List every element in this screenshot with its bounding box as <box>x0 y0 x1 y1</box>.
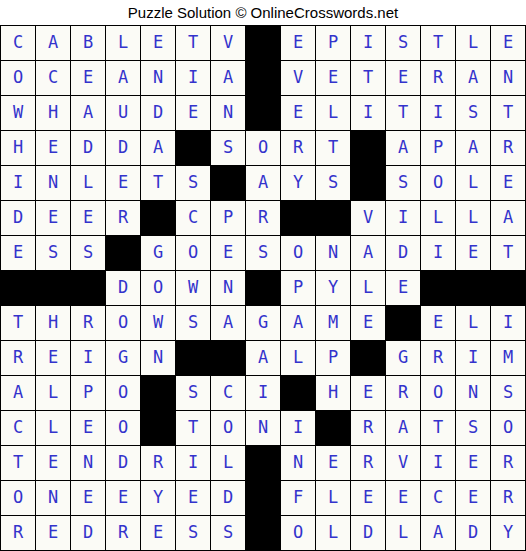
letter-cell-r7c12: D <box>386 236 421 271</box>
cell-letter: E <box>48 349 58 366</box>
cell-letter: N <box>293 454 303 471</box>
crossword-solution-page: Puzzle Solution © OnlineCrosswords.net C… <box>0 0 526 551</box>
cell-letter: Y <box>503 524 513 541</box>
letter-cell-r12c4: O <box>106 411 141 446</box>
letter-cell-r15c15: Y <box>491 516 526 551</box>
letter-cell-r10c1: R <box>1 341 36 376</box>
letter-cell-r1c3: B <box>71 26 106 61</box>
letter-cell-r1c9: E <box>281 26 316 61</box>
black-cell-r8c1 <box>1 271 36 306</box>
letter-cell-r7c11: A <box>351 236 386 271</box>
letter-cell-r12c12: A <box>386 411 421 446</box>
cell-letter: E <box>48 454 58 471</box>
cell-letter: E <box>83 419 93 436</box>
cell-letter: R <box>503 489 513 506</box>
letter-cell-r5c10: S <box>316 166 351 201</box>
cell-letter: S <box>188 384 198 401</box>
letter-cell-r3c12: T <box>386 96 421 131</box>
cell-letter: R <box>13 349 23 366</box>
cell-letter: E <box>398 489 408 506</box>
cell-letter: T <box>188 419 198 436</box>
cell-letter: S <box>48 244 58 261</box>
cell-letter: A <box>223 314 233 331</box>
cell-letter: E <box>363 489 373 506</box>
letter-cell-r14c12: E <box>386 481 421 516</box>
letter-cell-r12c14: S <box>456 411 491 446</box>
cell-letter: S <box>83 244 93 261</box>
letter-cell-r14c1: O <box>1 481 36 516</box>
letter-cell-r8c12: E <box>386 271 421 306</box>
cell-letter: T <box>188 34 198 51</box>
letter-cell-r14c11: E <box>351 481 386 516</box>
letter-cell-r3c7: N <box>211 96 246 131</box>
cell-letter: T <box>13 454 23 471</box>
letter-cell-r13c13: I <box>421 446 456 481</box>
cell-letter: A <box>293 314 303 331</box>
cell-letter: R <box>83 314 93 331</box>
cell-letter: G <box>398 349 408 366</box>
cell-letter: Y <box>153 489 163 506</box>
letter-cell-r13c10: E <box>316 446 351 481</box>
cell-letter: L <box>363 279 373 296</box>
cell-letter: E <box>83 209 93 226</box>
letter-cell-r15c7: S <box>211 516 246 551</box>
letter-cell-r4c12: A <box>386 131 421 166</box>
cell-letter: V <box>293 69 303 86</box>
letter-cell-r7c6: O <box>176 236 211 271</box>
letter-cell-r13c14: E <box>456 446 491 481</box>
cell-letter: I <box>83 349 93 366</box>
letter-cell-r14c14: E <box>456 481 491 516</box>
letter-cell-r5c12: S <box>386 166 421 201</box>
cell-letter: O <box>118 384 128 401</box>
cell-letter: R <box>398 384 408 401</box>
letter-cell-r4c10: T <box>316 131 351 166</box>
cell-letter: D <box>363 524 373 541</box>
cell-letter: I <box>363 104 373 121</box>
black-cell-r8c8 <box>246 271 281 306</box>
cell-letter: S <box>468 419 478 436</box>
cell-letter: E <box>468 244 478 261</box>
letter-cell-r8c6: W <box>176 271 211 306</box>
letter-cell-r11c1: A <box>1 376 36 411</box>
letter-cell-r2c14: A <box>456 61 491 96</box>
cell-letter: S <box>468 104 478 121</box>
letter-cell-r7c14: E <box>456 236 491 271</box>
letter-cell-r14c15: R <box>491 481 526 516</box>
letter-cell-r5c9: Y <box>281 166 316 201</box>
cell-letter: V <box>363 209 373 226</box>
cell-letter: A <box>118 69 128 86</box>
letter-cell-r3c5: D <box>141 96 176 131</box>
cell-letter: R <box>433 69 443 86</box>
letter-cell-r3c3: A <box>71 96 106 131</box>
letter-cell-r4c15: R <box>491 131 526 166</box>
cell-letter: C <box>223 384 233 401</box>
cell-letter: I <box>258 384 268 401</box>
letter-cell-r3c6: E <box>176 96 211 131</box>
cell-letter: A <box>503 209 513 226</box>
letter-cell-r1c2: A <box>36 26 71 61</box>
cell-letter: L <box>468 314 478 331</box>
letter-cell-r1c5: E <box>141 26 176 61</box>
black-cell-r8c15 <box>491 271 526 306</box>
cell-letter: Y <box>328 279 338 296</box>
cell-letter: L <box>433 209 443 226</box>
letter-cell-r3c15: T <box>491 96 526 131</box>
cell-letter: L <box>468 209 478 226</box>
letter-cell-r5c4: E <box>106 166 141 201</box>
cell-letter: L <box>398 524 408 541</box>
cell-letter: O <box>293 244 303 261</box>
black-cell-r8c14 <box>456 271 491 306</box>
cell-letter: E <box>48 139 58 156</box>
letter-cell-r13c7: L <box>211 446 246 481</box>
black-cell-r6c5 <box>141 201 176 236</box>
cell-letter: O <box>433 384 443 401</box>
letter-cell-r4c3: D <box>71 131 106 166</box>
letter-cell-r5c1: I <box>1 166 36 201</box>
letter-cell-r15c13: A <box>421 516 456 551</box>
cell-letter: C <box>188 209 198 226</box>
letter-cell-r13c11: R <box>351 446 386 481</box>
cell-letter: A <box>13 384 23 401</box>
cell-letter: P <box>328 349 338 366</box>
letter-cell-r3c2: H <box>36 96 71 131</box>
letter-cell-r8c7: N <box>211 271 246 306</box>
cell-letter: A <box>398 139 408 156</box>
letter-cell-r7c5: G <box>141 236 176 271</box>
cell-letter: T <box>398 104 408 121</box>
cell-letter: T <box>153 174 163 191</box>
cell-letter: O <box>118 419 128 436</box>
black-cell-r7c4 <box>106 236 141 271</box>
cell-letter: L <box>328 489 338 506</box>
black-cell-r11c5 <box>141 376 176 411</box>
letter-cell-r7c9: O <box>281 236 316 271</box>
letter-cell-r3c1: W <box>1 96 36 131</box>
black-cell-r13c8 <box>246 446 281 481</box>
cell-letter: H <box>13 139 23 156</box>
letter-cell-r2c13: R <box>421 61 456 96</box>
cell-letter: E <box>363 384 373 401</box>
letter-cell-r13c5: R <box>141 446 176 481</box>
cell-letter: W <box>13 104 23 121</box>
letter-cell-r12c3: E <box>71 411 106 446</box>
cell-letter: O <box>188 244 198 261</box>
letter-cell-r14c9: F <box>281 481 316 516</box>
letter-cell-r9c5: W <box>141 306 176 341</box>
cell-letter: P <box>293 279 303 296</box>
black-cell-r1c8 <box>246 26 281 61</box>
letter-cell-r7c15: T <box>491 236 526 271</box>
letter-cell-r9c4: O <box>106 306 141 341</box>
letter-cell-r9c1: T <box>1 306 36 341</box>
cell-letter: O <box>153 279 163 296</box>
cell-letter: A <box>258 174 268 191</box>
letter-cell-r4c9: R <box>281 131 316 166</box>
cell-letter: D <box>398 244 408 261</box>
cell-letter: A <box>48 34 58 51</box>
letter-cell-r4c7: S <box>211 131 246 166</box>
letter-cell-r9c9: A <box>281 306 316 341</box>
letter-cell-r1c13: T <box>421 26 456 61</box>
letter-cell-r12c13: T <box>421 411 456 446</box>
cell-letter: A <box>363 244 373 261</box>
letter-cell-r5c5: T <box>141 166 176 201</box>
cell-letter: N <box>328 244 338 261</box>
cell-letter: R <box>118 209 128 226</box>
letter-cell-r11c3: P <box>71 376 106 411</box>
letter-cell-r2c5: N <box>141 61 176 96</box>
letter-cell-r1c1: C <box>1 26 36 61</box>
letter-cell-r8c9: P <box>281 271 316 306</box>
cell-letter: O <box>503 419 513 436</box>
black-cell-r10c11 <box>351 341 386 376</box>
black-cell-r3c8 <box>246 96 281 131</box>
letter-cell-r13c4: D <box>106 446 141 481</box>
black-cell-r8c2 <box>36 271 71 306</box>
cell-letter: E <box>188 104 198 121</box>
letter-cell-r1c14: L <box>456 26 491 61</box>
letter-cell-r3c14: S <box>456 96 491 131</box>
cell-letter: N <box>48 174 58 191</box>
letter-cell-r13c15: R <box>491 446 526 481</box>
crossword-grid: CABLETVEPISTLEOCEANIAVETERANWHAUDENELITI… <box>0 25 526 551</box>
cell-letter: M <box>503 349 513 366</box>
cell-letter: N <box>223 279 233 296</box>
cell-letter: T <box>363 69 373 86</box>
letter-cell-r6c13: L <box>421 201 456 236</box>
cell-letter: T <box>433 419 443 436</box>
letter-cell-r9c15: I <box>491 306 526 341</box>
letter-cell-r14c5: Y <box>141 481 176 516</box>
cell-letter: A <box>83 104 93 121</box>
cell-letter: N <box>48 489 58 506</box>
black-cell-r8c13 <box>421 271 456 306</box>
cell-letter: R <box>363 419 373 436</box>
letter-cell-r6c3: E <box>71 201 106 236</box>
cell-letter: O <box>13 69 23 86</box>
cell-letter: P <box>83 384 93 401</box>
letter-cell-r9c3: R <box>71 306 106 341</box>
letter-cell-r6c8: R <box>246 201 281 236</box>
cell-letter: R <box>433 349 443 366</box>
cell-letter: E <box>293 104 303 121</box>
black-cell-r12c5 <box>141 411 176 446</box>
cell-letter: Y <box>293 174 303 191</box>
cell-letter: E <box>503 174 513 191</box>
cell-letter: T <box>503 104 513 121</box>
letter-cell-r8c10: Y <box>316 271 351 306</box>
letter-cell-r6c14: L <box>456 201 491 236</box>
cell-letter: L <box>48 419 58 436</box>
cell-letter: S <box>188 314 198 331</box>
cell-letter: D <box>118 454 128 471</box>
cell-letter: R <box>153 454 163 471</box>
letter-cell-r13c1: T <box>1 446 36 481</box>
letter-cell-r3c9: E <box>281 96 316 131</box>
letter-cell-r15c14: D <box>456 516 491 551</box>
letter-cell-r11c13: O <box>421 376 456 411</box>
letter-cell-r12c2: L <box>36 411 71 446</box>
letter-cell-r10c10: P <box>316 341 351 376</box>
cell-letter: I <box>13 174 23 191</box>
letter-cell-r10c5: N <box>141 341 176 376</box>
letter-cell-r15c1: R <box>1 516 36 551</box>
cell-letter: O <box>433 174 443 191</box>
cell-letter: E <box>468 489 478 506</box>
page-title: Puzzle Solution © OnlineCrosswords.net <box>128 4 398 21</box>
cell-letter: H <box>48 104 58 121</box>
letter-cell-r11c12: R <box>386 376 421 411</box>
title-bar: Puzzle Solution © OnlineCrosswords.net <box>0 0 526 25</box>
cell-letter: E <box>293 34 303 51</box>
letter-cell-r10c9: L <box>281 341 316 376</box>
cell-letter: L <box>468 174 478 191</box>
letter-cell-r15c3: D <box>71 516 106 551</box>
cell-letter: A <box>398 419 408 436</box>
cell-letter: E <box>188 489 198 506</box>
cell-letter: I <box>188 454 198 471</box>
letter-cell-r5c2: N <box>36 166 71 201</box>
cell-letter: E <box>83 489 93 506</box>
letter-cell-r15c11: D <box>351 516 386 551</box>
letter-cell-r7c7: E <box>211 236 246 271</box>
cell-letter: R <box>503 454 513 471</box>
black-cell-r5c11 <box>351 166 386 201</box>
cell-letter: A <box>468 69 478 86</box>
letter-cell-r9c6: S <box>176 306 211 341</box>
cell-letter: H <box>328 384 338 401</box>
cell-letter: O <box>13 489 23 506</box>
cell-letter: N <box>468 384 478 401</box>
cell-letter: G <box>258 314 268 331</box>
letter-cell-r2c3: E <box>71 61 106 96</box>
letter-cell-r15c10: L <box>316 516 351 551</box>
cell-letter: D <box>83 139 93 156</box>
cell-letter: C <box>13 34 23 51</box>
cell-letter: N <box>153 349 163 366</box>
cell-letter: W <box>153 314 163 331</box>
cell-letter: G <box>118 349 128 366</box>
cell-letter: V <box>223 34 233 51</box>
black-cell-r10c7 <box>211 341 246 376</box>
letter-cell-r6c4: R <box>106 201 141 236</box>
cell-letter: E <box>328 454 338 471</box>
cell-letter: I <box>433 104 443 121</box>
black-cell-r2c8 <box>246 61 281 96</box>
cell-letter: L <box>468 34 478 51</box>
cell-letter: D <box>83 524 93 541</box>
letter-cell-r11c8: I <box>246 376 281 411</box>
letter-cell-r2c1: O <box>1 61 36 96</box>
letter-cell-r11c2: L <box>36 376 71 411</box>
cell-letter: R <box>118 524 128 541</box>
cell-letter: A <box>258 349 268 366</box>
letter-cell-r13c3: N <box>71 446 106 481</box>
letter-cell-r4c13: P <box>421 131 456 166</box>
cell-letter: N <box>503 69 513 86</box>
letter-cell-r10c8: A <box>246 341 281 376</box>
cell-letter: I <box>398 209 408 226</box>
cell-letter: E <box>363 314 373 331</box>
cell-letter: D <box>223 489 233 506</box>
letter-cell-r9c2: H <box>36 306 71 341</box>
black-cell-r6c10 <box>316 201 351 236</box>
cell-letter: D <box>118 139 128 156</box>
cell-letter: P <box>223 209 233 226</box>
letter-cell-r7c2: S <box>36 236 71 271</box>
cell-letter: E <box>13 244 23 261</box>
cell-letter: S <box>223 524 233 541</box>
cell-letter: E <box>118 174 128 191</box>
black-cell-r5c7 <box>211 166 246 201</box>
letter-cell-r4c14: A <box>456 131 491 166</box>
letter-cell-r3c4: U <box>106 96 141 131</box>
cell-letter: I <box>293 419 303 436</box>
cell-letter: O <box>258 139 268 156</box>
letter-cell-r1c7: V <box>211 26 246 61</box>
cell-letter: E <box>83 69 93 86</box>
cell-letter: A <box>433 524 443 541</box>
letter-cell-r11c6: S <box>176 376 211 411</box>
cell-letter: E <box>468 454 478 471</box>
cell-letter: L <box>223 454 233 471</box>
cell-letter: P <box>328 34 338 51</box>
letter-cell-r2c7: A <box>211 61 246 96</box>
cell-letter: T <box>433 34 443 51</box>
cell-letter: I <box>503 314 513 331</box>
cell-letter: T <box>13 314 23 331</box>
cell-letter: O <box>118 314 128 331</box>
letter-cell-r2c15: N <box>491 61 526 96</box>
cell-letter: N <box>83 454 93 471</box>
letter-cell-r9c7: A <box>211 306 246 341</box>
cell-letter: O <box>223 419 233 436</box>
letter-cell-r12c7: O <box>211 411 246 446</box>
letter-cell-r15c12: L <box>386 516 421 551</box>
letter-cell-r5c6: S <box>176 166 211 201</box>
black-cell-r10c6 <box>176 341 211 376</box>
cell-letter: N <box>258 419 268 436</box>
black-cell-r4c11 <box>351 131 386 166</box>
letter-cell-r1c10: P <box>316 26 351 61</box>
cell-letter: U <box>118 104 128 121</box>
letter-cell-r3c11: I <box>351 96 386 131</box>
cell-letter: B <box>83 34 93 51</box>
cell-letter: L <box>48 384 58 401</box>
letter-cell-r11c15: S <box>491 376 526 411</box>
black-cell-r4c6 <box>176 131 211 166</box>
letter-cell-r14c7: D <box>211 481 246 516</box>
letter-cell-r8c4: D <box>106 271 141 306</box>
letter-cell-r4c5: A <box>141 131 176 166</box>
letter-cell-r14c10: L <box>316 481 351 516</box>
cell-letter: S <box>258 244 268 261</box>
letter-cell-r1c6: T <box>176 26 211 61</box>
cell-letter: S <box>328 174 338 191</box>
cell-letter: I <box>433 454 443 471</box>
letter-cell-r5c3: L <box>71 166 106 201</box>
cell-letter: D <box>13 209 23 226</box>
cell-letter: V <box>398 454 408 471</box>
cell-letter: R <box>293 139 303 156</box>
letter-cell-r15c6: S <box>176 516 211 551</box>
letter-cell-r9c13: E <box>421 306 456 341</box>
letter-cell-r2c2: C <box>36 61 71 96</box>
black-cell-r8c3 <box>71 271 106 306</box>
